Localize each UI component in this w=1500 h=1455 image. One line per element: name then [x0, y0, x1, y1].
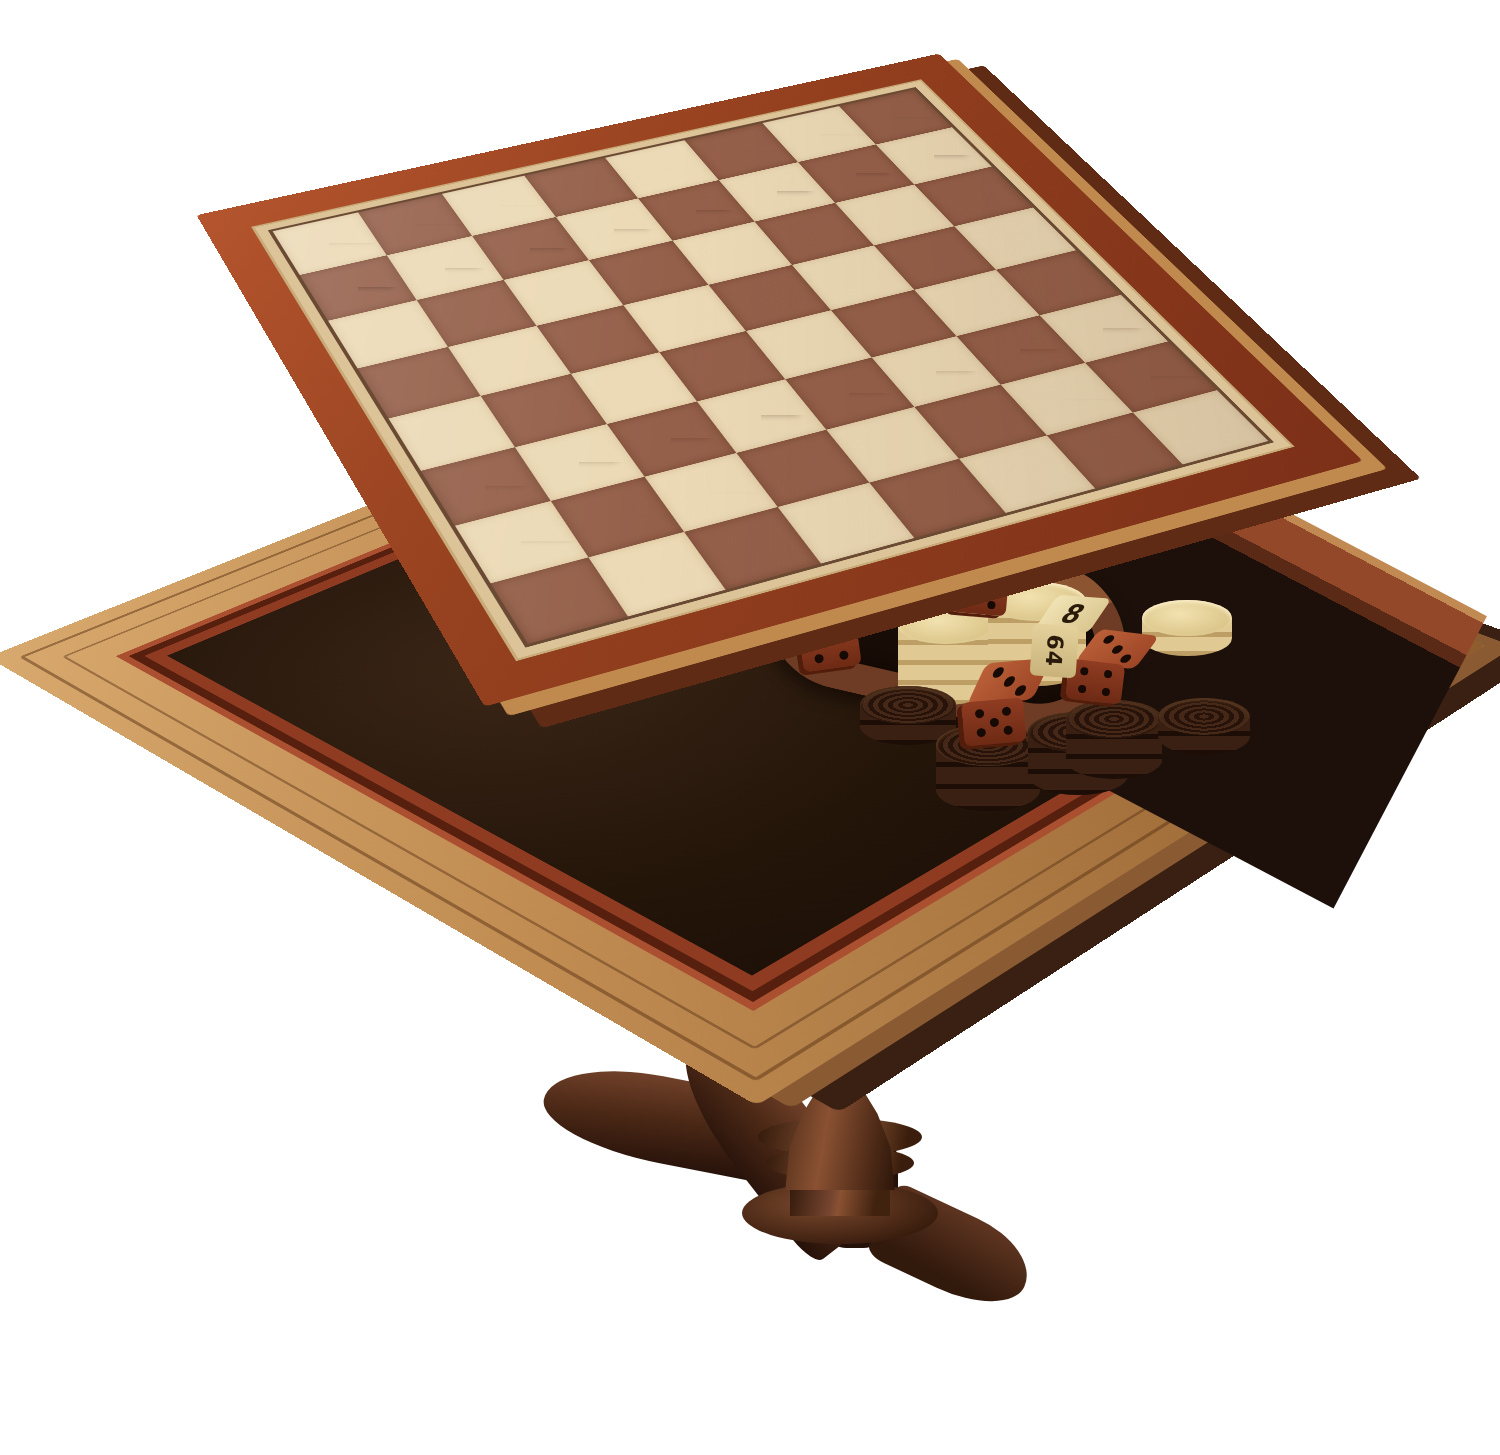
checker-stack-top — [1142, 600, 1232, 636]
die-pip — [846, 610, 859, 621]
die-pip — [1110, 645, 1125, 654]
piece-black-pawn-e7[interactable]: ♟ — [649, 115, 744, 221]
die-pip — [1002, 706, 1012, 716]
die-pip — [814, 654, 824, 664]
die-pip — [990, 718, 1000, 728]
checker-stack-dark-5[interactable] — [1158, 698, 1250, 773]
die-pip — [1002, 676, 1017, 687]
die-pip — [975, 709, 985, 719]
die-front-face — [950, 572, 1009, 617]
die-pip — [1013, 685, 1028, 696]
piece-black-pawn-a7[interactable]: ♟ — [309, 189, 407, 299]
die-pip — [991, 667, 1006, 678]
doubling-cube-front-face: 64 — [1030, 623, 1080, 678]
die-pip — [839, 650, 849, 660]
die-pip — [975, 590, 984, 599]
die-pip — [1003, 725, 1013, 735]
die-pip — [836, 632, 846, 642]
piece-black-pawn-f7[interactable]: ♟ — [730, 97, 824, 202]
doubling-cube[interactable]: 864 — [1029, 593, 1115, 690]
piece-black-pawn-b7[interactable]: ♟ — [396, 170, 493, 279]
die-pip — [987, 601, 996, 610]
checker-stack-top — [860, 686, 956, 724]
product-photo-scene: 864 ♜♞♝♚♛♝♞♜♟♟♟♟♟♟♟♟♟♟♟♟♟♟♟♟♜♞♝♛♚♝♞♜ — [0, 0, 1500, 1455]
die-pip — [963, 579, 972, 588]
die-front-face — [799, 624, 862, 673]
piece-black-pawn-d7[interactable]: ♟ — [566, 133, 662, 240]
die-pip — [1118, 654, 1133, 663]
doubling-cube-front-number: 64 — [1041, 634, 1068, 668]
piece-black-pawn-c7[interactable]: ♟ — [482, 151, 578, 259]
piece-white-rook-a2[interactable]: ♜ — [448, 395, 594, 558]
die-pip — [976, 728, 986, 738]
die-pip — [812, 636, 822, 646]
die-pip — [1001, 564, 1016, 573]
die-front-face — [961, 697, 1027, 746]
checker-stack-top — [1158, 698, 1250, 735]
